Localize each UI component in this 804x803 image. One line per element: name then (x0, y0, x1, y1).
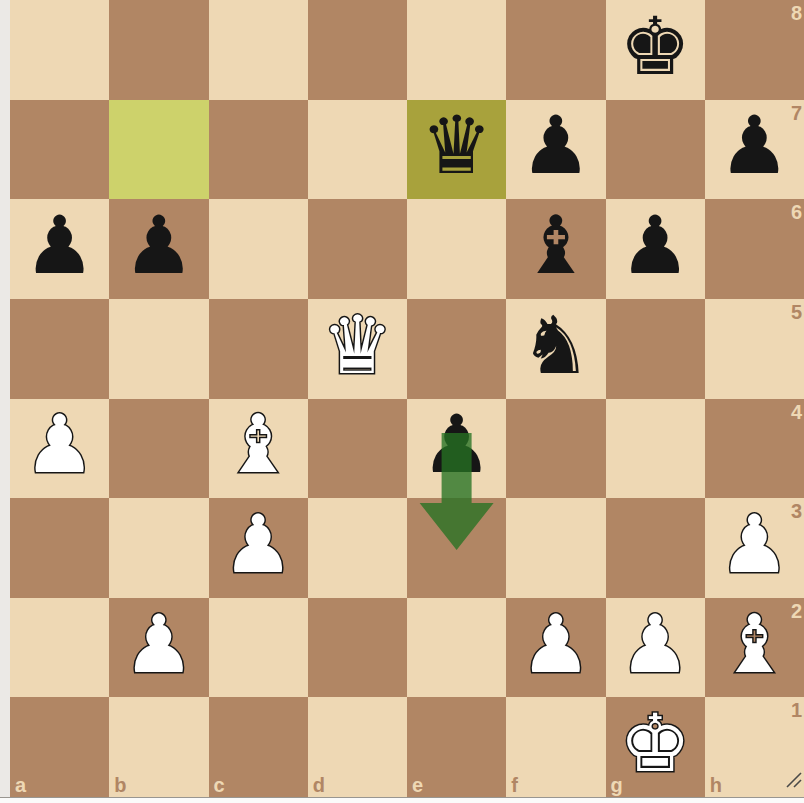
piece-black-pawn[interactable]: ♟ (123, 206, 195, 286)
square-d6[interactable] (308, 199, 407, 299)
square-g8[interactable]: ♚ (606, 0, 705, 100)
file-label-d: d (313, 775, 325, 795)
square-e5[interactable] (407, 299, 506, 399)
square-h7[interactable]: 7♟ (705, 100, 804, 200)
square-c3[interactable]: ♟ (209, 498, 308, 598)
piece-white-queen[interactable]: ♛ (322, 306, 394, 386)
rank-label-7: 7 (791, 103, 802, 123)
file-label-a: a (15, 775, 26, 795)
rank-label-4: 4 (791, 402, 802, 422)
rank-label-3: 3 (791, 501, 802, 521)
square-g6[interactable]: ♟ (606, 199, 705, 299)
piece-white-pawn[interactable]: ♟ (123, 605, 195, 685)
square-a8[interactable] (10, 0, 109, 100)
rank-label-5: 5 (791, 302, 802, 322)
square-h4[interactable]: 4 (705, 399, 804, 499)
square-e2[interactable] (407, 598, 506, 698)
square-e8[interactable] (407, 0, 506, 100)
square-g2[interactable]: ♟ (606, 598, 705, 698)
rank-label-6: 6 (791, 202, 802, 222)
square-h6[interactable]: 6 (705, 199, 804, 299)
file-label-h: h (710, 775, 722, 795)
piece-white-bishop[interactable]: ♝ (719, 605, 791, 685)
piece-black-pawn[interactable]: ♟ (619, 206, 691, 286)
square-b3[interactable] (109, 498, 208, 598)
square-a2[interactable] (10, 598, 109, 698)
square-d4[interactable] (308, 399, 407, 499)
board-resize-handle[interactable] (786, 770, 802, 788)
square-b2[interactable]: ♟ (109, 598, 208, 698)
square-c8[interactable] (209, 0, 308, 100)
piece-white-pawn[interactable]: ♟ (222, 505, 294, 585)
piece-white-king[interactable]: ♚ (619, 704, 691, 784)
square-f3[interactable] (506, 498, 605, 598)
square-g3[interactable] (606, 498, 705, 598)
rank-label-2: 2 (791, 601, 802, 621)
piece-white-pawn[interactable]: ♟ (719, 505, 791, 585)
square-b1[interactable]: b (109, 697, 208, 797)
square-d5[interactable]: ♛ (308, 299, 407, 399)
square-b7[interactable] (109, 100, 208, 200)
piece-black-queen[interactable]: ♛ (421, 106, 493, 186)
square-e1[interactable]: e (407, 697, 506, 797)
square-h2[interactable]: 2♝ (705, 598, 804, 698)
file-label-e: e (412, 775, 423, 795)
square-e6[interactable] (407, 199, 506, 299)
piece-black-bishop[interactable]: ♝ (520, 206, 592, 286)
piece-black-pawn[interactable]: ♟ (24, 206, 96, 286)
square-b4[interactable] (109, 399, 208, 499)
square-h3[interactable]: 3♟ (705, 498, 804, 598)
square-f7[interactable]: ♟ (506, 100, 605, 200)
square-f6[interactable]: ♝ (506, 199, 605, 299)
square-d8[interactable] (308, 0, 407, 100)
file-label-c: c (214, 775, 225, 795)
piece-white-bishop[interactable]: ♝ (222, 405, 294, 485)
square-b5[interactable] (109, 299, 208, 399)
piece-black-pawn[interactable]: ♟ (421, 405, 493, 485)
square-a4[interactable]: ♟ (10, 399, 109, 499)
square-b6[interactable]: ♟ (109, 199, 208, 299)
rank-label-8: 8 (791, 3, 802, 23)
file-label-b: b (114, 775, 126, 795)
square-e4[interactable]: ♟ (407, 399, 506, 499)
square-e3[interactable] (407, 498, 506, 598)
square-a1[interactable]: a (10, 697, 109, 797)
piece-black-king[interactable]: ♚ (619, 7, 691, 87)
piece-black-knight[interactable]: ♞ (520, 306, 592, 386)
square-c6[interactable] (209, 199, 308, 299)
square-g1[interactable]: g♚ (606, 697, 705, 797)
piece-white-pawn[interactable]: ♟ (619, 605, 691, 685)
square-f4[interactable] (506, 399, 605, 499)
square-a7[interactable] (10, 100, 109, 200)
piece-black-pawn[interactable]: ♟ (719, 106, 791, 186)
square-g4[interactable] (606, 399, 705, 499)
square-a5[interactable] (10, 299, 109, 399)
file-label-f: f (511, 775, 518, 795)
square-c4[interactable]: ♝ (209, 399, 308, 499)
square-g5[interactable] (606, 299, 705, 399)
square-g7[interactable] (606, 100, 705, 200)
square-b8[interactable] (109, 0, 208, 100)
square-d7[interactable] (308, 100, 407, 200)
page-bottom-gutter (0, 797, 804, 803)
piece-black-pawn[interactable]: ♟ (520, 106, 592, 186)
square-c5[interactable] (209, 299, 308, 399)
square-c1[interactable]: c (209, 697, 308, 797)
square-h5[interactable]: 5 (705, 299, 804, 399)
piece-white-pawn[interactable]: ♟ (520, 605, 592, 685)
square-h8[interactable]: 8 (705, 0, 804, 100)
square-f5[interactable]: ♞ (506, 299, 605, 399)
square-a6[interactable]: ♟ (10, 199, 109, 299)
square-c7[interactable] (209, 100, 308, 200)
square-c2[interactable] (209, 598, 308, 698)
page-left-gutter (0, 0, 10, 797)
square-e7[interactable]: ♛ (407, 100, 506, 200)
square-d1[interactable]: d (308, 697, 407, 797)
rank-label-1: 1 (791, 700, 802, 720)
square-d3[interactable] (308, 498, 407, 598)
square-f8[interactable] (506, 0, 605, 100)
square-f1[interactable]: f (506, 697, 605, 797)
square-f2[interactable]: ♟ (506, 598, 605, 698)
square-a3[interactable] (10, 498, 109, 598)
chess-board: ♚8♛♟7♟♟♟♝♟6♛♞5♟♝♟4♟3♟♟♟♟2♝abcdefg♚h1 (10, 0, 804, 797)
square-d2[interactable] (308, 598, 407, 698)
piece-white-pawn[interactable]: ♟ (24, 405, 96, 485)
